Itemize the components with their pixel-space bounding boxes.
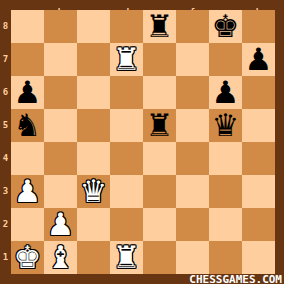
black-king-g8[interactable]: ♚ xyxy=(209,10,242,43)
square-h2[interactable] xyxy=(242,208,275,241)
square-g4[interactable] xyxy=(209,142,242,175)
white-rook-d1[interactable]: ♜ xyxy=(110,241,143,274)
square-g1[interactable] xyxy=(209,241,242,274)
square-g6[interactable]: ♟ xyxy=(209,76,242,109)
square-f6[interactable] xyxy=(176,76,209,109)
square-h1[interactable] xyxy=(242,241,275,274)
square-a2[interactable] xyxy=(11,208,44,241)
black-knight-a5[interactable]: ♞ xyxy=(11,109,44,142)
square-b6[interactable] xyxy=(44,76,77,109)
square-e3[interactable] xyxy=(143,175,176,208)
rank-label-1: 1 xyxy=(0,241,11,274)
square-c8[interactable] xyxy=(77,10,110,43)
square-a4[interactable] xyxy=(11,142,44,175)
square-b5[interactable] xyxy=(44,109,77,142)
square-a3[interactable]: ♟ xyxy=(11,175,44,208)
white-queen-c3[interactable]: ♛ xyxy=(77,175,110,208)
square-c7[interactable] xyxy=(77,43,110,76)
square-h4[interactable] xyxy=(242,142,275,175)
square-h5[interactable] xyxy=(242,109,275,142)
square-a6[interactable]: ♟ xyxy=(11,76,44,109)
square-f8[interactable] xyxy=(176,10,209,43)
square-h6[interactable] xyxy=(242,76,275,109)
square-g8[interactable]: ♚ xyxy=(209,10,242,43)
rank-label-6: 6 xyxy=(0,76,11,109)
square-f2[interactable] xyxy=(176,208,209,241)
black-rook-e5[interactable]: ♜ xyxy=(143,109,176,142)
square-e6[interactable] xyxy=(143,76,176,109)
square-h8[interactable] xyxy=(242,10,275,43)
square-d5[interactable] xyxy=(110,109,143,142)
black-pawn-a6[interactable]: ♟ xyxy=(11,76,44,109)
square-b8[interactable] xyxy=(44,10,77,43)
black-rook-e8[interactable]: ♜ xyxy=(143,10,176,43)
rank-label-2: 2 xyxy=(0,208,11,241)
square-h7[interactable]: ♟ xyxy=(242,43,275,76)
white-king-a1[interactable]: ♚ xyxy=(11,241,44,274)
chess-board: ♜♚♜♟♟♟♞♜♛♟♛♟♚♝♜ xyxy=(11,10,275,274)
square-d7[interactable]: ♜ xyxy=(110,43,143,76)
chessgames-watermark: CHESSGAMES.COM xyxy=(189,273,282,283)
chess-diagram: abcdefgh 87654321 ♜♚♜♟♟♟♞♜♛♟♛♟♚♝♜ CHESSG… xyxy=(0,0,284,284)
square-c5[interactable] xyxy=(77,109,110,142)
square-f5[interactable] xyxy=(176,109,209,142)
square-c4[interactable] xyxy=(77,142,110,175)
rank-label-7: 7 xyxy=(0,43,11,76)
rank-label-3: 3 xyxy=(0,175,11,208)
square-e1[interactable] xyxy=(143,241,176,274)
square-f3[interactable] xyxy=(176,175,209,208)
square-a1[interactable]: ♚ xyxy=(11,241,44,274)
square-c6[interactable] xyxy=(77,76,110,109)
black-pawn-h7[interactable]: ♟ xyxy=(242,43,275,76)
square-d6[interactable] xyxy=(110,76,143,109)
square-h3[interactable] xyxy=(242,175,275,208)
rank-label-5: 5 xyxy=(0,109,11,142)
rank-labels: 87654321 xyxy=(0,10,11,274)
square-b4[interactable] xyxy=(44,142,77,175)
square-g2[interactable] xyxy=(209,208,242,241)
square-f1[interactable] xyxy=(176,241,209,274)
square-d8[interactable] xyxy=(110,10,143,43)
square-a7[interactable] xyxy=(11,43,44,76)
square-g5[interactable]: ♛ xyxy=(209,109,242,142)
black-queen-g5[interactable]: ♛ xyxy=(209,109,242,142)
square-c1[interactable] xyxy=(77,241,110,274)
square-b1[interactable]: ♝ xyxy=(44,241,77,274)
square-c2[interactable] xyxy=(77,208,110,241)
square-e5[interactable]: ♜ xyxy=(143,109,176,142)
square-d1[interactable]: ♜ xyxy=(110,241,143,274)
rank-label-8: 8 xyxy=(0,10,11,43)
square-d3[interactable] xyxy=(110,175,143,208)
square-d4[interactable] xyxy=(110,142,143,175)
square-c3[interactable]: ♛ xyxy=(77,175,110,208)
square-a8[interactable] xyxy=(11,10,44,43)
square-a5[interactable]: ♞ xyxy=(11,109,44,142)
square-b3[interactable] xyxy=(44,175,77,208)
white-pawn-a3[interactable]: ♟ xyxy=(11,175,44,208)
white-bishop-b1[interactable]: ♝ xyxy=(44,241,77,274)
square-e7[interactable] xyxy=(143,43,176,76)
white-pawn-b2[interactable]: ♟ xyxy=(44,208,77,241)
square-e4[interactable] xyxy=(143,142,176,175)
square-b7[interactable] xyxy=(44,43,77,76)
rank-label-4: 4 xyxy=(0,142,11,175)
square-f7[interactable] xyxy=(176,43,209,76)
square-f4[interactable] xyxy=(176,142,209,175)
square-g3[interactable] xyxy=(209,175,242,208)
square-e2[interactable] xyxy=(143,208,176,241)
white-rook-d7[interactable]: ♜ xyxy=(110,43,143,76)
square-b2[interactable]: ♟ xyxy=(44,208,77,241)
square-g7[interactable] xyxy=(209,43,242,76)
square-d2[interactable] xyxy=(110,208,143,241)
square-e8[interactable]: ♜ xyxy=(143,10,176,43)
black-pawn-g6[interactable]: ♟ xyxy=(209,76,242,109)
